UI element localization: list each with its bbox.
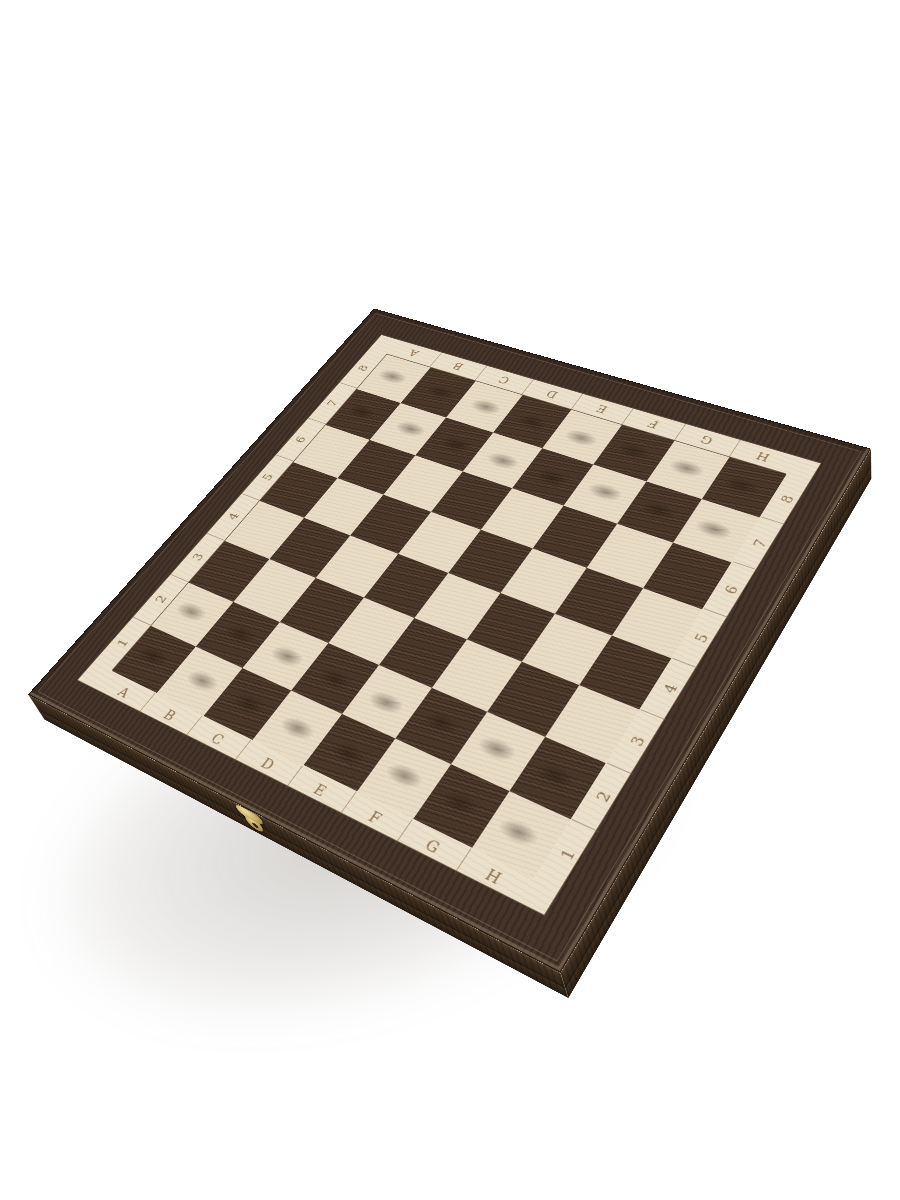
product-photo-wooden-chess-box: ABCDEFGH ABCDEFGH 87654321 87654321 ♜♞♝♛… [0,0,900,1200]
